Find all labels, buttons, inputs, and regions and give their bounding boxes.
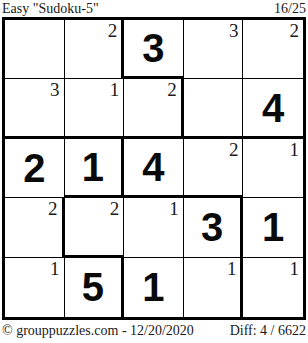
cell-r3c1[interactable]: 2 — [5, 139, 65, 198]
given-digit: 4 — [262, 88, 284, 128]
cell-r3c2[interactable]: 1 — [65, 139, 125, 198]
pencil-mark: 2 — [167, 80, 177, 99]
pencil-mark: 1 — [169, 199, 179, 218]
pencil-mark: 1 — [50, 259, 60, 278]
cell-r4c5[interactable]: 1 — [243, 198, 303, 257]
cell-r2c2[interactable]: 1 — [65, 79, 125, 138]
pencil-mark: 1 — [289, 140, 299, 159]
given-digit: 1 — [82, 147, 104, 187]
cell-r1c2[interactable]: 2 — [65, 20, 125, 79]
cell-r4c1[interactable]: 2 — [5, 198, 65, 257]
cell-r3c4[interactable]: 2 — [184, 139, 244, 198]
copyright-text: © grouppuzzles.com - 12/20/2020 — [2, 323, 194, 339]
given-digit: 3 — [201, 207, 223, 247]
pencil-mark: 1 — [289, 259, 299, 278]
pencil-mark: 1 — [227, 259, 237, 278]
cell-r2c1[interactable]: 3 — [5, 79, 65, 138]
cell-r1c1[interactable] — [5, 20, 65, 79]
given-digit: 1 — [142, 267, 164, 307]
pencil-mark: 2 — [110, 199, 120, 218]
cell-r2c3[interactable]: 2 — [124, 79, 184, 138]
page-title: Easy "Sudoku-5" — [2, 1, 99, 17]
given-digit: 3 — [142, 28, 164, 68]
cell-r3c3[interactable]: 4 — [124, 139, 184, 198]
cell-r4c3[interactable]: 1 — [124, 198, 184, 257]
cell-r5c4[interactable]: 1 — [184, 258, 244, 317]
cell-r3c5[interactable]: 1 — [243, 139, 303, 198]
pencil-mark: 2 — [108, 21, 118, 40]
pencil-mark: 3 — [50, 80, 60, 99]
pencil-mark: 1 — [110, 80, 120, 99]
given-digit: 2 — [23, 148, 45, 188]
page-footer: © grouppuzzles.com - 12/20/2020 Diff: 4 … — [0, 323, 308, 339]
puzzle-counter: 16/25 — [274, 1, 306, 17]
sudoku-board: 23323124214212213115111 — [2, 17, 306, 320]
pencil-mark: 2 — [48, 199, 58, 218]
pencil-mark: 3 — [229, 21, 239, 40]
pencil-mark: 2 — [229, 140, 239, 159]
difficulty-text: Diff: 4 / 6622 — [230, 323, 306, 339]
cell-r1c3[interactable]: 3 — [124, 20, 184, 79]
cell-r5c3[interactable]: 1 — [124, 258, 184, 317]
given-digit: 5 — [82, 267, 104, 307]
given-digit: 4 — [142, 147, 164, 187]
cell-r5c5[interactable]: 1 — [243, 258, 303, 317]
cell-r2c4[interactable] — [184, 79, 244, 138]
cell-r5c2[interactable]: 5 — [65, 258, 125, 317]
pencil-mark: 2 — [289, 21, 299, 40]
cell-r1c5[interactable]: 2 — [243, 20, 303, 79]
cell-r4c4[interactable]: 3 — [184, 198, 244, 257]
page-header: Easy "Sudoku-5" 16/25 — [0, 0, 308, 17]
cell-r2c5[interactable]: 4 — [243, 79, 303, 138]
given-digit: 1 — [262, 207, 284, 247]
cell-r4c2[interactable]: 2 — [65, 198, 125, 257]
cell-r1c4[interactable]: 3 — [184, 20, 244, 79]
cell-r5c1[interactable]: 1 — [5, 258, 65, 317]
